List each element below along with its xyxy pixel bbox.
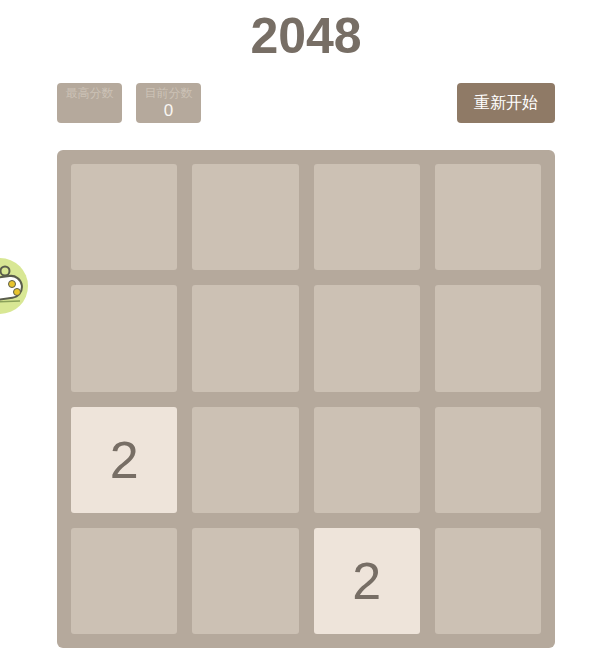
tile-2: 2 (314, 528, 420, 634)
best-score-box: 最高分数 (57, 83, 122, 123)
restart-button[interactable]: 重新开始 (457, 83, 555, 123)
board-cell (314, 164, 420, 270)
board-cell (314, 407, 420, 513)
board-cell (435, 164, 541, 270)
board-cell (435, 407, 541, 513)
board-cell (71, 528, 177, 634)
page-title: 2048 (57, 10, 555, 62)
board-cell (192, 407, 298, 513)
score-boxes: 最高分数 目前分数 0 (57, 83, 201, 123)
game-assistant-button[interactable] (0, 258, 28, 314)
current-score-value: 0 (164, 101, 173, 120)
content-column: 2048 最高分数 目前分数 0 重新开始 22 (57, 10, 555, 648)
board-cell (192, 285, 298, 391)
best-score-label: 最高分数 (66, 86, 114, 101)
board-cell (314, 285, 420, 391)
page: 2048 最高分数 目前分数 0 重新开始 22 (0, 10, 605, 650)
gamepad-icon (0, 258, 28, 314)
tile-2: 2 (71, 407, 177, 513)
board-cell (71, 285, 177, 391)
board-cell (435, 528, 541, 634)
current-score-box: 目前分数 0 (136, 83, 201, 123)
board-cell (71, 164, 177, 270)
current-score-label: 目前分数 (145, 86, 193, 101)
board-cell (435, 285, 541, 391)
header-row: 最高分数 目前分数 0 重新开始 (57, 83, 555, 123)
board-grid: 22 (57, 150, 555, 648)
board-cell (192, 164, 298, 270)
board-cell (192, 528, 298, 634)
